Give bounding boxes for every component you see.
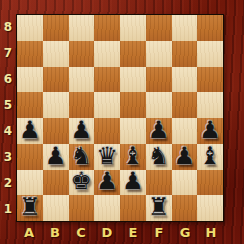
piece-black-pawn[interactable]: ♟ (71, 118, 93, 142)
square-g3[interactable]: ♟ (172, 144, 198, 170)
square-e1[interactable] (120, 195, 146, 221)
piece-black-pawn[interactable]: ♟ (148, 118, 170, 142)
square-c6[interactable] (69, 67, 95, 93)
square-b1[interactable] (43, 195, 69, 221)
square-f7[interactable] (146, 41, 172, 67)
square-d1[interactable] (94, 195, 120, 221)
square-b7[interactable] (43, 41, 69, 67)
piece-black-pawn[interactable]: ♟ (174, 144, 196, 168)
piece-black-knight[interactable]: ♞ (71, 144, 93, 168)
square-a5[interactable] (17, 92, 43, 118)
square-h8[interactable] (197, 15, 223, 41)
square-d2[interactable]: ♟ (94, 170, 120, 196)
rank-label-5: 5 (0, 92, 16, 118)
square-g8[interactable] (172, 15, 198, 41)
piece-black-pawn[interactable]: ♟ (199, 118, 221, 142)
square-f1[interactable]: ♜ (146, 195, 172, 221)
square-h3[interactable]: ♝ (197, 144, 223, 170)
file-label-a: A (16, 222, 42, 242)
square-d8[interactable] (94, 15, 120, 41)
square-a3[interactable] (17, 144, 43, 170)
square-e5[interactable] (120, 92, 146, 118)
square-c7[interactable] (69, 41, 95, 67)
square-g5[interactable] (172, 92, 198, 118)
square-c8[interactable] (69, 15, 95, 41)
square-f2[interactable] (146, 170, 172, 196)
square-d5[interactable] (94, 92, 120, 118)
file-label-c: C (68, 222, 94, 242)
square-e6[interactable] (120, 67, 146, 93)
square-g6[interactable] (172, 67, 198, 93)
square-b3[interactable]: ♟ (43, 144, 69, 170)
rank-label-7: 7 (0, 40, 16, 66)
square-h7[interactable] (197, 41, 223, 67)
square-d4[interactable] (94, 118, 120, 144)
piece-black-pawn[interactable]: ♟ (96, 169, 118, 193)
piece-black-rook[interactable]: ♜ (148, 195, 170, 219)
square-d6[interactable] (94, 67, 120, 93)
square-c1[interactable] (69, 195, 95, 221)
file-label-b: B (42, 222, 68, 242)
square-b4[interactable] (43, 118, 69, 144)
file-label-g: G (172, 222, 198, 242)
square-h4[interactable]: ♟ (197, 118, 223, 144)
rank-labels: 87654321 (0, 14, 16, 222)
square-g2[interactable] (172, 170, 198, 196)
file-label-f: F (146, 222, 172, 242)
piece-black-knight[interactable]: ♞ (148, 144, 170, 168)
rank-label-6: 6 (0, 66, 16, 92)
square-e4[interactable] (120, 118, 146, 144)
square-h6[interactable] (197, 67, 223, 93)
square-d3[interactable]: ♛ (94, 144, 120, 170)
file-label-e: E (120, 222, 146, 242)
square-f3[interactable]: ♞ (146, 144, 172, 170)
board: ♟♟♟♟♟♞♛♝♞♟♝♚♟♟♜♜ (16, 14, 224, 222)
square-f5[interactable] (146, 92, 172, 118)
square-a7[interactable] (17, 41, 43, 67)
square-e8[interactable] (120, 15, 146, 41)
square-e7[interactable] (120, 41, 146, 67)
square-g4[interactable] (172, 118, 198, 144)
square-b8[interactable] (43, 15, 69, 41)
rank-label-3: 3 (0, 144, 16, 170)
square-b2[interactable] (43, 170, 69, 196)
piece-black-rook[interactable]: ♜ (19, 195, 41, 219)
square-f8[interactable] (146, 15, 172, 41)
square-a2[interactable] (17, 170, 43, 196)
square-a8[interactable] (17, 15, 43, 41)
square-a6[interactable] (17, 67, 43, 93)
square-a1[interactable]: ♜ (17, 195, 43, 221)
piece-black-bishop[interactable]: ♝ (199, 144, 221, 168)
square-c5[interactable] (69, 92, 95, 118)
square-c4[interactable]: ♟ (69, 118, 95, 144)
square-b5[interactable] (43, 92, 69, 118)
square-f6[interactable] (146, 67, 172, 93)
piece-black-pawn[interactable]: ♟ (45, 144, 67, 168)
rank-label-2: 2 (0, 170, 16, 196)
square-h5[interactable] (197, 92, 223, 118)
piece-black-pawn[interactable]: ♟ (19, 118, 41, 142)
file-labels: ABCDEFGH (16, 222, 224, 242)
square-e3[interactable]: ♝ (120, 144, 146, 170)
file-label-d: D (94, 222, 120, 242)
square-e2[interactable]: ♟ (120, 170, 146, 196)
piece-black-king[interactable]: ♚ (71, 169, 93, 193)
rank-label-8: 8 (0, 14, 16, 40)
piece-black-pawn[interactable]: ♟ (122, 169, 144, 193)
square-g7[interactable] (172, 41, 198, 67)
square-d7[interactable] (94, 41, 120, 67)
square-f4[interactable]: ♟ (146, 118, 172, 144)
chessboard-frame: ♟♟♟♟♟♞♛♝♞♟♝♚♟♟♜♜ 87654321 ABCDEFGH (0, 0, 244, 244)
square-b6[interactable] (43, 67, 69, 93)
rank-label-4: 4 (0, 118, 16, 144)
file-label-h: H (198, 222, 224, 242)
piece-black-bishop[interactable]: ♝ (122, 144, 144, 168)
square-a4[interactable]: ♟ (17, 118, 43, 144)
square-c2[interactable]: ♚ (69, 170, 95, 196)
square-h1[interactable] (197, 195, 223, 221)
square-h2[interactable] (197, 170, 223, 196)
square-g1[interactable] (172, 195, 198, 221)
square-c3[interactable]: ♞ (69, 144, 95, 170)
piece-black-queen[interactable]: ♛ (96, 144, 118, 168)
rank-label-1: 1 (0, 196, 16, 222)
